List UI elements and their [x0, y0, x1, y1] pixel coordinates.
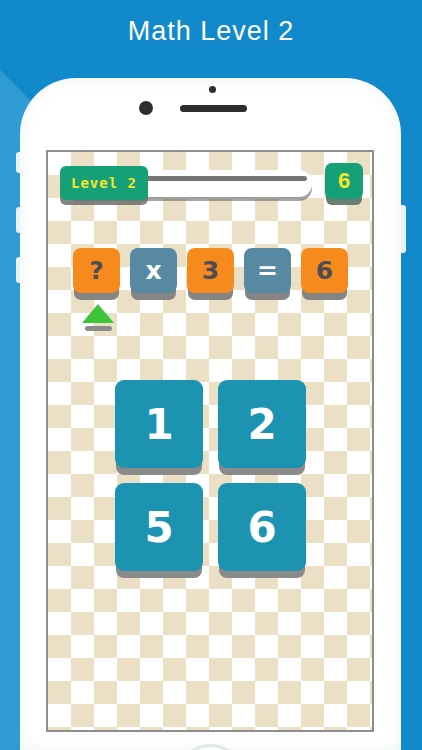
answer-label-2: 2 — [247, 400, 276, 449]
equation-tile-operand: 3 — [187, 248, 234, 293]
operator-glyph: x — [145, 256, 161, 285]
operand-glyph: 3 — [202, 256, 219, 285]
earpiece-speaker — [180, 105, 247, 112]
unknown-glyph: ? — [89, 256, 104, 285]
level-badge: Level 2 — [60, 166, 148, 200]
answer-grid: 1 2 5 6 — [115, 380, 306, 571]
home-button — [176, 744, 245, 750]
progress-track — [144, 176, 307, 181]
equation-tile-equals: = — [244, 248, 291, 293]
banner-title: Math Level 2 — [128, 16, 295, 47]
score-tile: 6 — [325, 163, 363, 199]
screenshot-root: Math Level 2 Level 2 6 ? x — [0, 0, 422, 750]
equals-glyph: = — [257, 256, 278, 285]
triangle-shadow — [85, 326, 112, 331]
front-camera-icon — [139, 101, 153, 115]
top-banner: Math Level 2 — [0, 0, 422, 62]
answer-tile-5[interactable]: 5 — [115, 483, 203, 571]
answer-label-5: 5 — [144, 503, 173, 552]
answer-label-1: 1 — [144, 400, 173, 449]
equation-tile-operator: x — [130, 248, 177, 293]
equation-tile-unknown: ? — [73, 248, 120, 293]
phone-frame: Level 2 6 ? x 3 = 6 — [20, 78, 401, 750]
equation-tile-result: 6 — [301, 248, 348, 293]
answer-label-6: 6 — [247, 503, 276, 552]
result-glyph: 6 — [316, 256, 333, 285]
level-label: Level 2 — [71, 175, 137, 191]
answer-tile-1[interactable]: 1 — [115, 380, 203, 468]
answer-tile-2[interactable]: 2 — [218, 380, 306, 468]
triangle-up-icon — [82, 304, 114, 323]
game-screen: Level 2 6 ? x 3 = 6 — [46, 150, 374, 732]
answer-tile-6[interactable]: 6 — [218, 483, 306, 571]
equation-row: ? x 3 = 6 — [73, 248, 348, 293]
score-value: 6 — [338, 168, 350, 194]
sensor-dot-icon — [209, 86, 216, 93]
